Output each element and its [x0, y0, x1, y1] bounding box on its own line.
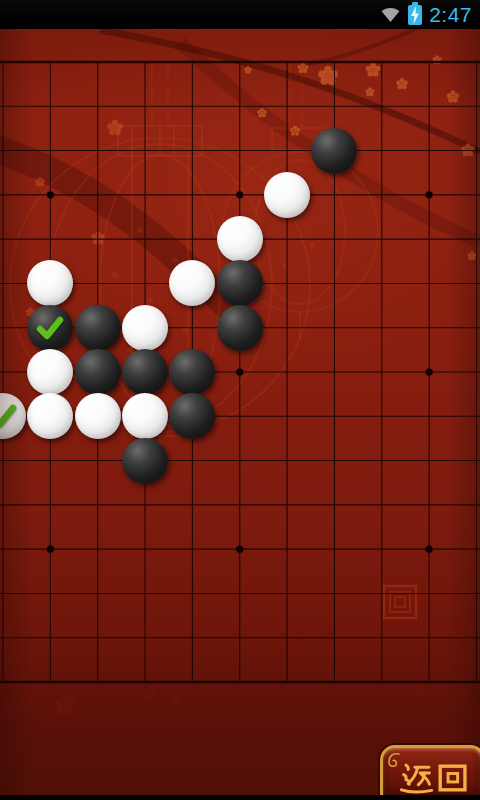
stone-black	[75, 305, 121, 351]
game-background: 返回	[0, 29, 480, 800]
stone-white	[169, 260, 215, 306]
stone-black	[122, 349, 168, 395]
stone-black	[75, 349, 121, 395]
back-button[interactable]: 返回	[380, 745, 480, 800]
stone-black	[217, 260, 263, 306]
status-bar: 2:47	[0, 0, 480, 29]
battery-charging-icon	[408, 5, 422, 25]
stone-black	[217, 305, 263, 351]
stone-white	[217, 216, 263, 262]
stone-white	[27, 260, 73, 306]
wifi-icon	[380, 6, 401, 23]
board[interactable]	[0, 0, 480, 800]
last-move-check-icon	[35, 315, 65, 341]
stone-black	[169, 393, 215, 439]
back-label-glyphs	[396, 760, 472, 796]
stone-white	[27, 393, 73, 439]
stone-white	[122, 393, 168, 439]
stone-white	[122, 305, 168, 351]
stone-black	[27, 305, 73, 351]
stone-white	[75, 393, 121, 439]
stone-black	[169, 349, 215, 395]
stone-white	[264, 172, 310, 218]
stone-black	[311, 128, 357, 174]
stone-white	[0, 393, 26, 439]
phone-screen: 2:47	[0, 0, 480, 800]
clock: 2:47	[429, 4, 472, 25]
stone-black	[122, 438, 168, 484]
stone-white	[27, 349, 73, 395]
screen-bottom-edge	[0, 795, 480, 800]
last-move-check-icon	[0, 403, 18, 429]
